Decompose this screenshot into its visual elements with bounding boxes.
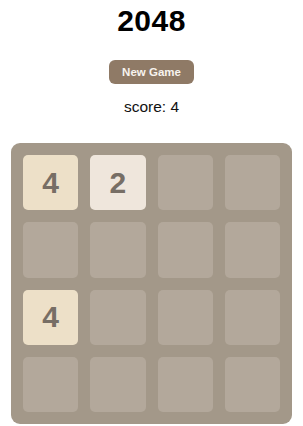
empty-cell — [23, 357, 78, 412]
empty-cell — [23, 222, 78, 277]
empty-cell — [225, 290, 280, 345]
page-title: 2048 — [0, 0, 303, 36]
tile-2: 2 — [90, 155, 145, 210]
empty-cell — [225, 155, 280, 210]
empty-cell — [225, 357, 280, 412]
empty-cell — [158, 222, 213, 277]
empty-cell — [158, 357, 213, 412]
tile-4: 4 — [23, 155, 78, 210]
empty-cell — [90, 290, 145, 345]
empty-cell — [90, 222, 145, 277]
empty-cell — [158, 155, 213, 210]
tile-4: 4 — [23, 290, 78, 345]
board-grid[interactable]: 424 — [11, 143, 292, 424]
controls-row: New Game — [0, 60, 303, 84]
empty-cell — [158, 290, 213, 345]
empty-cell — [225, 222, 280, 277]
empty-cell — [90, 357, 145, 412]
score-text: score: 4 — [0, 98, 303, 116]
new-game-button[interactable]: New Game — [109, 60, 194, 84]
page: 2048 New Game score: 4 424 — [0, 0, 303, 426]
